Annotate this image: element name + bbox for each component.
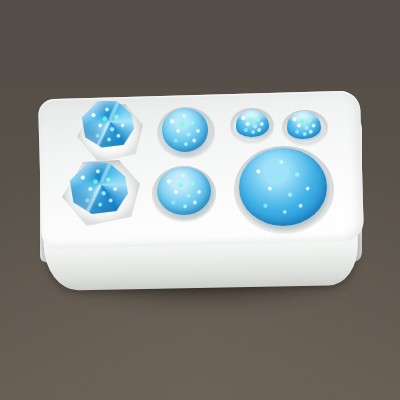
gems-layer <box>0 0 400 400</box>
small-pebble-gem-right <box>287 111 321 139</box>
product-photo <box>0 0 400 400</box>
glitter-overlay <box>287 111 321 139</box>
large-glitter-dome <box>239 148 327 226</box>
glitter-overlay <box>162 108 208 152</box>
glitter-overlay <box>236 110 269 137</box>
small-pebble-gem-left <box>236 110 269 137</box>
glitter-overlay <box>239 148 327 226</box>
cabochon-top-middle <box>162 108 208 152</box>
cabochon-bottom-middle <box>157 167 211 215</box>
glitter-overlay <box>157 167 211 215</box>
